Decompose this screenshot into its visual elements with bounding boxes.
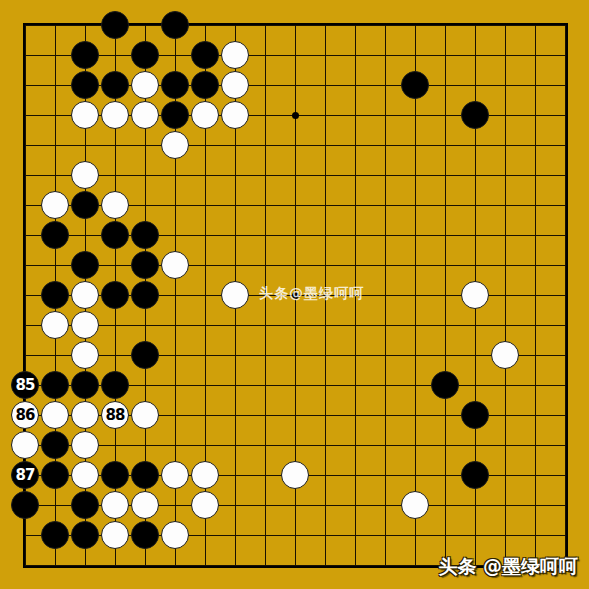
stone-black	[131, 461, 159, 489]
stone-white	[221, 41, 249, 69]
go-diagram: 85868887 头条@墨绿呵呵 头条 @墨绿呵呵	[0, 0, 589, 589]
stone-black	[71, 491, 99, 519]
stone-black	[131, 221, 159, 249]
stone-black	[41, 461, 69, 489]
stone-black	[431, 371, 459, 399]
stone-white	[101, 191, 129, 219]
stone-black	[131, 281, 159, 309]
stone-white	[131, 491, 159, 519]
stone-black	[101, 461, 129, 489]
stone-black	[41, 371, 69, 399]
stone-white	[161, 461, 189, 489]
stone-black	[191, 41, 219, 69]
stone-white	[191, 491, 219, 519]
stone-white	[71, 281, 99, 309]
stone-white	[221, 71, 249, 99]
move-number: 87	[16, 468, 35, 483]
stone-white	[281, 461, 309, 489]
stone-white	[221, 281, 249, 309]
stone-black	[101, 371, 129, 399]
stone-black	[71, 191, 99, 219]
stone-white	[41, 311, 69, 339]
bottom-right-watermark: 头条 @墨绿呵呵	[438, 554, 578, 580]
stone-white	[71, 401, 99, 429]
stone-white	[131, 101, 159, 129]
stone-white	[221, 101, 249, 129]
stone-black	[101, 71, 129, 99]
stone-black	[401, 71, 429, 99]
stone-white	[71, 431, 99, 459]
stone-white	[161, 131, 189, 159]
stone-white	[71, 161, 99, 189]
stone-black	[41, 431, 69, 459]
stone-black	[161, 101, 189, 129]
stone-black	[461, 461, 489, 489]
stone-black	[191, 71, 219, 99]
stone-black	[71, 521, 99, 549]
stone-black	[131, 521, 159, 549]
stone-black	[131, 341, 159, 369]
stone-black	[71, 41, 99, 69]
stone-black: 85	[11, 371, 39, 399]
stone-white	[131, 401, 159, 429]
stone-black	[41, 521, 69, 549]
stone-black	[101, 281, 129, 309]
stone-white	[71, 461, 99, 489]
stone-white	[491, 341, 519, 369]
stone-black	[41, 221, 69, 249]
move-number: 88	[106, 408, 125, 423]
stone-white	[161, 521, 189, 549]
stone-white	[71, 311, 99, 339]
stone-white	[131, 71, 159, 99]
stone-black	[71, 371, 99, 399]
stone-black	[161, 11, 189, 39]
stone-white	[161, 251, 189, 279]
stone-white	[41, 401, 69, 429]
stone-white: 88	[101, 401, 129, 429]
stone-white	[191, 101, 219, 129]
stone-white: 86	[11, 401, 39, 429]
stone-black	[11, 491, 39, 519]
stone-white	[191, 461, 219, 489]
center-watermark: 头条@墨绿呵呵	[259, 285, 364, 303]
stone-black	[71, 251, 99, 279]
stone-white	[101, 491, 129, 519]
stone-white	[401, 491, 429, 519]
stone-black	[461, 101, 489, 129]
stone-white	[71, 101, 99, 129]
stone-white	[101, 101, 129, 129]
stone-white	[101, 521, 129, 549]
stone-black	[461, 401, 489, 429]
stone-white	[11, 431, 39, 459]
stone-black	[71, 71, 99, 99]
move-number: 86	[16, 408, 35, 423]
stone-white	[41, 191, 69, 219]
stone-black: 87	[11, 461, 39, 489]
stone-black	[161, 71, 189, 99]
stone-white	[71, 341, 99, 369]
move-number: 85	[16, 378, 35, 393]
stone-black	[131, 41, 159, 69]
stone-white	[461, 281, 489, 309]
stone-black	[131, 251, 159, 279]
stone-black	[41, 281, 69, 309]
stone-black	[101, 221, 129, 249]
stone-black	[101, 11, 129, 39]
